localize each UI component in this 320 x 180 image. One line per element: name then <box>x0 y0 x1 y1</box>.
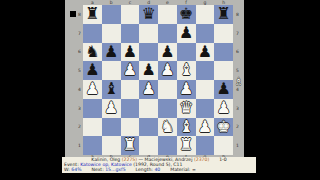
white-pawn: ♟ <box>141 80 155 99</box>
white-rook: ♜ <box>123 136 137 155</box>
black-pawn: ♟ <box>216 80 230 99</box>
chess-board: ♜♛♚♜♟♞♟♟♟♟♟♟♟♟♝♟♝♟♟♟♟♛♟♞♝♟♚♜♜ <box>83 5 233 155</box>
square-h8[interactable]: ♜ <box>214 5 233 24</box>
next-move: 15...gxf5 <box>105 167 125 172</box>
rank-label-6: 6 <box>76 43 83 62</box>
square-h7[interactable] <box>214 24 233 43</box>
black-rook: ♜ <box>85 5 99 24</box>
square-f1[interactable]: ♜ <box>177 136 196 155</box>
white-pawn: ♟ <box>160 61 174 80</box>
square-a3[interactable] <box>83 99 102 118</box>
square-e5[interactable]: ♟ <box>158 61 177 80</box>
rank-label-8: 8 <box>76 5 83 24</box>
square-b5[interactable] <box>102 61 121 80</box>
square-c4[interactable] <box>121 80 140 99</box>
square-e8[interactable] <box>158 5 177 24</box>
rank-labels-left: 87654321 <box>76 5 83 155</box>
material-label: Material: <box>170 167 190 172</box>
square-b1[interactable] <box>102 136 121 155</box>
square-b4[interactable]: ♝ <box>102 80 121 99</box>
square-h3[interactable]: ♟ <box>214 99 233 118</box>
length-label: Length: <box>136 167 153 172</box>
square-f7[interactable]: ♟ <box>177 24 196 43</box>
square-e3[interactable] <box>158 99 177 118</box>
square-f8[interactable]: ♚ <box>177 5 196 24</box>
square-e6[interactable]: ♟ <box>158 43 177 62</box>
black-pawn: ♟ <box>198 43 212 62</box>
white-king: ♚ <box>216 118 230 137</box>
rank-label-2: 2 <box>234 118 241 137</box>
square-a7[interactable] <box>83 24 102 43</box>
square-c1[interactable]: ♜ <box>121 136 140 155</box>
game-result: 1-0 <box>219 157 227 162</box>
black-pawn: ♟ <box>104 43 118 62</box>
rank-label-8: 8 <box>234 5 241 24</box>
white-queen: ♛ <box>179 99 193 118</box>
square-h6[interactable] <box>214 43 233 62</box>
square-b6[interactable]: ♟ <box>102 43 121 62</box>
square-g6[interactable]: ♟ <box>196 43 215 62</box>
rank-label-3: 3 <box>234 99 241 118</box>
length-value: 40 <box>154 167 160 172</box>
square-g5[interactable] <box>196 61 215 80</box>
black-king: ♚ <box>179 5 193 24</box>
white-knight: ♞ <box>160 118 174 137</box>
game-caption: Kalinin, Oleg (2275) — Maciejewski, Andr… <box>62 157 256 173</box>
black-pawn: ♟ <box>85 61 99 80</box>
square-e4[interactable] <box>158 80 177 99</box>
rank-label-7: 7 <box>234 24 241 43</box>
rank-label-1: 1 <box>234 136 241 155</box>
white-bishop: ♝ <box>179 61 193 80</box>
black-pawn: ♟ <box>141 61 155 80</box>
stats-line: W: 64% Next: 15...gxf5 Length: 40 Materi… <box>62 167 256 172</box>
winrate-value: 64% <box>71 167 81 172</box>
black-player-elo: (2370) <box>194 157 209 162</box>
square-a1[interactable] <box>83 136 102 155</box>
square-g1[interactable] <box>196 136 215 155</box>
square-c2[interactable] <box>121 118 140 137</box>
black-pawn: ♟ <box>123 43 137 62</box>
square-d7[interactable] <box>139 24 158 43</box>
rank-label-3: 3 <box>76 99 83 118</box>
square-f6[interactable] <box>177 43 196 62</box>
rank-label-1: 1 <box>76 136 83 155</box>
rank-label-7: 7 <box>76 24 83 43</box>
white-pawn: ♟ <box>198 118 212 137</box>
square-a5[interactable]: ♟ <box>83 61 102 80</box>
square-g8[interactable] <box>196 5 215 24</box>
square-d2[interactable] <box>139 118 158 137</box>
black-knight: ♞ <box>85 43 99 62</box>
square-e2[interactable]: ♞ <box>158 118 177 137</box>
square-g2[interactable]: ♟ <box>196 118 215 137</box>
square-d8[interactable]: ♛ <box>139 5 158 24</box>
black-rook: ♜ <box>216 5 230 24</box>
black-bishop: ♝ <box>104 80 118 99</box>
square-h2[interactable]: ♚ <box>214 118 233 137</box>
white-pawn: ♟ <box>179 80 193 99</box>
square-f3[interactable]: ♛ <box>177 99 196 118</box>
square-f5[interactable]: ♝ <box>177 61 196 80</box>
square-d6[interactable] <box>139 43 158 62</box>
square-g7[interactable] <box>196 24 215 43</box>
square-d3[interactable] <box>139 99 158 118</box>
white-pawn: ♟ <box>216 99 230 118</box>
square-c5[interactable]: ♟ <box>121 61 140 80</box>
square-a6[interactable]: ♞ <box>83 43 102 62</box>
square-a4[interactable]: ♟ <box>83 80 102 99</box>
square-f4[interactable]: ♟ <box>177 80 196 99</box>
white-bishop: ♝ <box>179 118 193 137</box>
square-c3[interactable] <box>121 99 140 118</box>
square-d5[interactable]: ♟ <box>139 61 158 80</box>
square-g4[interactable] <box>196 80 215 99</box>
black-to-move-indicator <box>70 11 76 17</box>
black-pawn: ♟ <box>160 43 174 62</box>
square-h1[interactable] <box>214 136 233 155</box>
rank-label-6: 6 <box>234 43 241 62</box>
black-queen: ♛ <box>141 5 155 24</box>
next-label: Next: <box>91 167 103 172</box>
square-b8[interactable] <box>102 5 121 24</box>
white-rook: ♜ <box>179 136 193 155</box>
square-e1[interactable] <box>158 136 177 155</box>
square-c6[interactable]: ♟ <box>121 43 140 62</box>
square-c8[interactable] <box>121 5 140 24</box>
white-pawn: ♟ <box>123 61 137 80</box>
material-advantage-bishop-icon: ♗ <box>234 76 243 87</box>
square-f2[interactable]: ♝ <box>177 118 196 137</box>
white-pawn: ♟ <box>85 80 99 99</box>
black-pawn: ♟ <box>179 24 193 43</box>
video-frame: abcdefgh 87654321 87654321 abcdefgh ♜♛♚♜… <box>0 0 320 180</box>
square-a2[interactable] <box>83 118 102 137</box>
square-h4[interactable]: ♟ <box>214 80 233 99</box>
square-b2[interactable] <box>102 118 121 137</box>
rank-label-4: 4 <box>76 80 83 99</box>
square-c7[interactable] <box>121 24 140 43</box>
material-value: = <box>192 167 196 172</box>
square-d1[interactable] <box>139 136 158 155</box>
square-b3[interactable]: ♟ <box>102 99 121 118</box>
winrate-label: W: <box>64 167 70 172</box>
square-b7[interactable] <box>102 24 121 43</box>
rank-label-5: 5 <box>76 61 83 80</box>
square-e7[interactable] <box>158 24 177 43</box>
square-g3[interactable] <box>196 99 215 118</box>
square-d4[interactable]: ♟ <box>139 80 158 99</box>
white-pawn: ♟ <box>104 99 118 118</box>
square-h5[interactable] <box>214 61 233 80</box>
rank-label-2: 2 <box>76 118 83 137</box>
square-a8[interactable]: ♜ <box>83 5 102 24</box>
